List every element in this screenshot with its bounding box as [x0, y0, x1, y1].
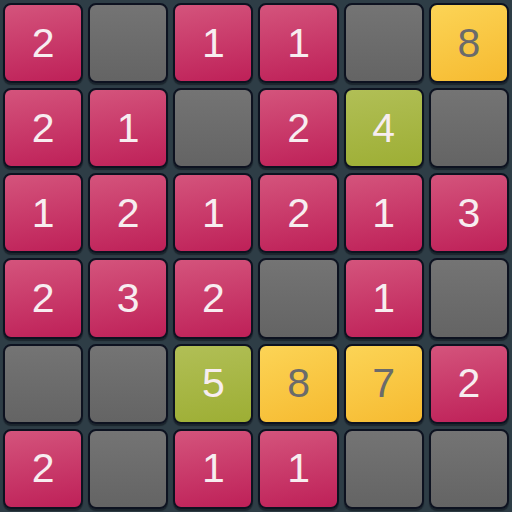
red-number-tile-r3c3[interactable]: 1 — [173, 173, 253, 253]
tile-value: 1 — [117, 108, 140, 149]
tile-value: 8 — [287, 363, 310, 404]
empty-cell-r1c2 — [88, 3, 168, 83]
tile-value: 2 — [32, 448, 55, 489]
empty-cell-r1c5 — [344, 3, 424, 83]
red-number-tile-r6c3[interactable]: 1 — [173, 429, 253, 509]
empty-cell-r5c2 — [88, 344, 168, 424]
tile-value: 2 — [32, 23, 55, 64]
red-number-tile-r5c6[interactable]: 2 — [429, 344, 509, 424]
red-number-tile-r4c5[interactable]: 1 — [344, 258, 424, 338]
empty-cell-r2c6 — [429, 88, 509, 168]
tile-value: 1 — [287, 23, 310, 64]
tile-value: 2 — [32, 108, 55, 149]
red-number-tile-r6c4[interactable]: 1 — [258, 429, 338, 509]
tile-value: 1 — [202, 193, 225, 234]
tile-value: 2 — [117, 193, 140, 234]
red-number-tile-r3c4[interactable]: 2 — [258, 173, 338, 253]
red-number-tile-r2c2[interactable]: 1 — [88, 88, 168, 168]
green-number-tile-r2c5[interactable]: 4 — [344, 88, 424, 168]
tile-value: 4 — [372, 108, 395, 149]
tile-value: 2 — [458, 363, 481, 404]
tile-value: 1 — [372, 193, 395, 234]
tile-value: 1 — [202, 448, 225, 489]
tile-value: 1 — [32, 193, 55, 234]
empty-cell-r6c6 — [429, 429, 509, 509]
red-number-tile-r4c3[interactable]: 2 — [173, 258, 253, 338]
green-number-tile-r5c3[interactable]: 5 — [173, 344, 253, 424]
tile-value: 2 — [202, 278, 225, 319]
red-number-tile-r1c3[interactable]: 1 — [173, 3, 253, 83]
red-number-tile-r4c1[interactable]: 2 — [3, 258, 83, 338]
tile-value: 5 — [202, 363, 225, 404]
red-number-tile-r3c6[interactable]: 3 — [429, 173, 509, 253]
red-number-tile-r6c1[interactable]: 2 — [3, 429, 83, 509]
tile-value: 7 — [372, 363, 395, 404]
tile-value: 3 — [117, 278, 140, 319]
empty-cell-r6c5 — [344, 429, 424, 509]
red-number-tile-r4c2[interactable]: 3 — [88, 258, 168, 338]
red-number-tile-r2c1[interactable]: 2 — [3, 88, 83, 168]
tile-value: 2 — [287, 193, 310, 234]
empty-cell-r2c3 — [173, 88, 253, 168]
empty-cell-r4c4 — [258, 258, 338, 338]
tile-value: 2 — [287, 108, 310, 149]
game-board: 2118212412121323215872211 — [0, 0, 512, 512]
tile-value: 2 — [32, 278, 55, 319]
red-number-tile-r3c2[interactable]: 2 — [88, 173, 168, 253]
red-number-tile-r1c4[interactable]: 1 — [258, 3, 338, 83]
tile-value: 1 — [202, 23, 225, 64]
tile-value: 8 — [458, 23, 481, 64]
red-number-tile-r3c5[interactable]: 1 — [344, 173, 424, 253]
empty-cell-r6c2 — [88, 429, 168, 509]
red-number-tile-r1c1[interactable]: 2 — [3, 3, 83, 83]
red-number-tile-r3c1[interactable]: 1 — [3, 173, 83, 253]
yellow-number-tile-r5c5[interactable]: 7 — [344, 344, 424, 424]
red-number-tile-r2c4[interactable]: 2 — [258, 88, 338, 168]
empty-cell-r5c1 — [3, 344, 83, 424]
yellow-number-tile-r5c4[interactable]: 8 — [258, 344, 338, 424]
tile-value: 1 — [372, 278, 395, 319]
tile-value: 3 — [458, 193, 481, 234]
empty-cell-r4c6 — [429, 258, 509, 338]
tile-value: 1 — [287, 448, 310, 489]
yellow-number-tile-r1c6[interactable]: 8 — [429, 3, 509, 83]
